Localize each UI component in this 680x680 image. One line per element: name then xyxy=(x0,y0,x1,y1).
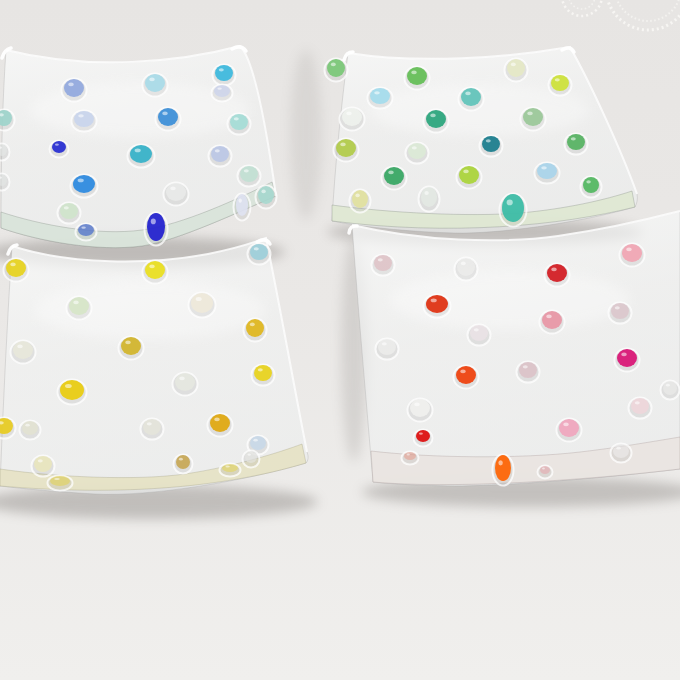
dot-specular xyxy=(78,179,84,183)
glass-dot xyxy=(567,134,585,150)
glass-dot xyxy=(176,455,190,469)
glass-dot xyxy=(73,175,95,193)
dot-specular xyxy=(81,226,85,228)
dot-specular xyxy=(465,92,471,96)
glass-dot xyxy=(121,337,141,355)
dot-specular xyxy=(523,365,528,368)
dot-specular xyxy=(388,171,394,175)
dot-specular xyxy=(414,403,420,407)
glass-dot xyxy=(240,166,258,182)
dot-specular xyxy=(563,423,569,427)
dot-specular xyxy=(541,166,547,169)
glass-dot xyxy=(542,311,562,329)
dot-specular xyxy=(511,63,516,67)
glass-dot xyxy=(370,88,390,104)
dot-specular xyxy=(10,263,16,267)
dot-specular xyxy=(424,191,428,195)
dot-specular xyxy=(616,447,620,450)
glass-dot xyxy=(459,166,479,184)
glass-dot xyxy=(246,319,264,337)
glass-dot xyxy=(69,297,89,315)
glass-dot xyxy=(408,143,426,159)
dot-specular xyxy=(196,297,202,301)
glass-dot xyxy=(64,79,84,97)
glass-dot xyxy=(60,380,84,400)
dot-specular xyxy=(411,71,417,75)
dot-specular xyxy=(25,424,29,427)
dot-specular xyxy=(340,143,346,147)
dot-specular xyxy=(135,149,141,153)
dot-specular xyxy=(250,323,255,327)
dot-specular xyxy=(125,341,131,345)
dot-specular xyxy=(355,194,359,198)
dot-specular xyxy=(248,453,251,455)
dot-specular xyxy=(621,353,627,357)
glass-dot xyxy=(352,190,368,208)
glass-dot xyxy=(416,430,430,442)
glass-dot xyxy=(631,398,649,414)
dot-specular xyxy=(460,370,466,374)
dot-specular xyxy=(615,306,620,309)
glass-dot xyxy=(622,244,642,262)
dot-specular xyxy=(258,368,263,371)
tabletop-scene xyxy=(0,0,680,680)
dot-specular xyxy=(542,467,545,469)
glass-dot xyxy=(537,163,557,179)
dot-specular xyxy=(331,63,336,67)
glass-dot xyxy=(74,111,94,127)
dot-specular xyxy=(498,460,502,465)
dot-specular xyxy=(507,200,513,206)
glass-dot xyxy=(191,293,213,313)
dot-specular xyxy=(217,87,221,89)
glass-dot xyxy=(210,414,230,432)
glass-dot xyxy=(613,444,629,458)
glass-dot xyxy=(22,421,38,435)
dot-specular xyxy=(551,268,557,272)
dot-specular xyxy=(54,478,60,480)
dot-specular xyxy=(151,219,156,225)
glass-dot xyxy=(470,325,488,341)
dot-specular xyxy=(234,117,239,120)
glass-dot xyxy=(378,339,396,355)
glass-dot xyxy=(410,399,430,417)
glass-dot xyxy=(426,295,448,313)
dot-specular xyxy=(431,299,437,303)
dot-specular xyxy=(149,78,155,82)
dot-specular xyxy=(214,418,220,422)
dot-specular xyxy=(626,248,632,252)
dot-specular xyxy=(261,190,265,194)
dot-specular xyxy=(527,112,533,116)
dot-specular xyxy=(254,247,259,250)
glass-dot xyxy=(130,145,152,163)
dot-specular xyxy=(546,315,552,319)
dot-specular xyxy=(78,114,84,117)
dot-specular xyxy=(346,112,352,116)
dot-specular xyxy=(147,422,152,425)
glass-dot xyxy=(407,67,427,85)
dot-specular xyxy=(378,258,383,261)
glass-dot xyxy=(519,362,537,378)
dot-specular xyxy=(179,458,183,461)
glass-dot xyxy=(258,186,274,204)
glass-dot xyxy=(507,59,525,77)
dot-specular xyxy=(253,439,257,442)
dot-specular xyxy=(586,180,590,183)
photo-canvas xyxy=(0,0,680,680)
glass-dot xyxy=(336,139,356,157)
dot-specular xyxy=(412,146,417,149)
dot-specular xyxy=(225,465,229,467)
dot-specular xyxy=(162,112,168,116)
glass-dot xyxy=(166,183,186,201)
dot-specular xyxy=(244,169,249,172)
glass-dot xyxy=(245,451,257,463)
glass-dot xyxy=(583,177,599,193)
glass-dot xyxy=(50,476,70,486)
glass-dot xyxy=(551,75,569,91)
glass-dot xyxy=(523,108,543,126)
glass-dot xyxy=(34,456,52,472)
dot-specular xyxy=(635,401,640,404)
dot-specular xyxy=(170,187,176,191)
dot-specular xyxy=(407,453,410,455)
dot-specular xyxy=(219,68,224,71)
glass-dot xyxy=(254,365,272,381)
glass-dot xyxy=(250,436,266,450)
dot-specular xyxy=(38,459,43,462)
glass-dot xyxy=(617,349,637,367)
glass-dot xyxy=(404,452,416,460)
dot-specular xyxy=(55,143,59,145)
glass-dot xyxy=(60,203,78,219)
glass-dot xyxy=(250,244,268,260)
glass-dot xyxy=(211,146,229,162)
glass-dot xyxy=(547,264,567,282)
dot-specular xyxy=(474,328,479,331)
dot-specular xyxy=(68,83,74,87)
glass-dot xyxy=(456,366,476,384)
glass-dot xyxy=(540,466,550,474)
dot-specular xyxy=(179,377,185,381)
glass-dot xyxy=(222,464,238,472)
dot-specular xyxy=(430,114,436,118)
dot-specular xyxy=(239,198,242,202)
glass-dot xyxy=(457,258,475,276)
glass-dot xyxy=(611,303,629,319)
dot-specular xyxy=(73,301,79,305)
glass-dot xyxy=(13,341,33,359)
dot-specular xyxy=(374,91,380,94)
plate-bottom-right-pink xyxy=(349,211,680,486)
glass-dot xyxy=(461,88,481,106)
dot-specular xyxy=(64,206,69,209)
glass-dot xyxy=(384,167,404,185)
dot-specular xyxy=(486,139,491,142)
glass-dot xyxy=(147,213,165,241)
glass-dot xyxy=(230,114,248,130)
glass-dot xyxy=(482,136,500,152)
glass-dot xyxy=(145,74,165,92)
dot-specular xyxy=(149,265,155,269)
glass-dot xyxy=(559,419,579,437)
plate-shadow xyxy=(290,50,322,220)
glass-dot xyxy=(143,419,161,435)
glass-dot xyxy=(214,85,230,97)
dot-specular xyxy=(17,345,23,349)
glass-dot xyxy=(327,59,345,77)
glass-dot xyxy=(78,224,94,236)
glass-dot xyxy=(215,65,233,81)
dot-specular xyxy=(419,432,423,434)
glass-dot xyxy=(342,108,362,126)
glass-dot xyxy=(52,141,66,153)
dot-specular xyxy=(463,170,469,174)
glass-dot xyxy=(175,373,195,391)
dot-specular xyxy=(666,384,670,387)
plate-bottom-left-yellow xyxy=(0,238,308,494)
glass-dot xyxy=(495,455,511,481)
dot-specular xyxy=(65,384,72,388)
glass-dot xyxy=(158,108,178,126)
dot-specular xyxy=(382,342,387,345)
glass-dot xyxy=(236,194,248,216)
dot-specular xyxy=(555,78,560,81)
glass-dot xyxy=(421,187,437,207)
glass-dot xyxy=(374,255,392,271)
glass-dot xyxy=(6,259,26,277)
glass-dot xyxy=(663,381,677,395)
dot-specular xyxy=(461,262,466,266)
glass-dot xyxy=(426,110,446,128)
dot-specular xyxy=(215,149,220,152)
glass-dot xyxy=(502,194,524,222)
glass-dot xyxy=(145,261,165,279)
dot-specular xyxy=(571,137,576,140)
